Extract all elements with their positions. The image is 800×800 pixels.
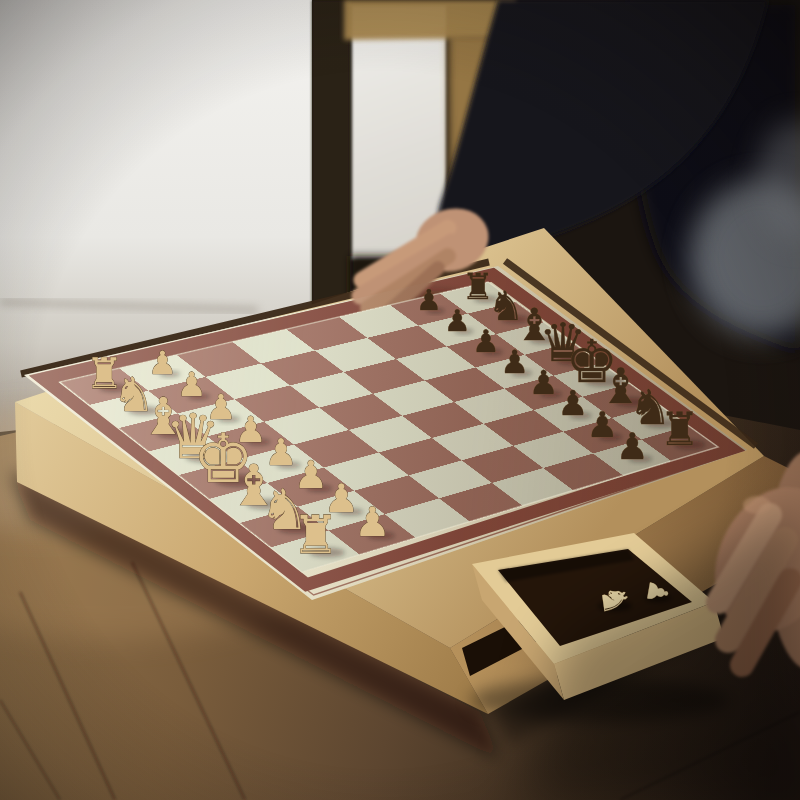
vignette	[0, 0, 800, 800]
chess-photo-scene: ♞♟ ♜♟♞♟♝♟♛♟♟♚♜♟♟♝♞♟♟♞♝♟♟♜♛♟♟♚♟♝♟♞♟♜	[0, 0, 800, 800]
foreground-layer: ♞♟ ♜♟♞♟♝♟♛♟♟♚♜♟♟♝♞♟♟♞♝♟♟♜♛♟♟♚♟♝♟♞♟♜	[0, 0, 800, 800]
